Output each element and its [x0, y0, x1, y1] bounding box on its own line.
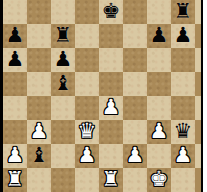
square-h2[interactable]: ♟	[171, 144, 195, 168]
chess-board[interactable]: ♚♜♟♜♟♟♟♟♝♟♟♛♟♛♟♝♟♟♟♜♜♚	[3, 0, 195, 192]
piece-white-pawn-f2[interactable]: ♟	[123, 144, 147, 168]
square-g2[interactable]	[147, 144, 171, 168]
square-c6[interactable]: ♟	[51, 48, 75, 72]
piece-white-pawn-d2[interactable]: ♟	[75, 144, 99, 168]
square-a5[interactable]	[3, 72, 27, 96]
square-c3[interactable]	[51, 120, 75, 144]
square-h7[interactable]: ♟	[171, 24, 195, 48]
square-e1[interactable]: ♜	[99, 168, 123, 192]
piece-black-rook-c7[interactable]: ♜	[51, 24, 75, 48]
window-background-gutter	[203, 0, 207, 192]
square-h5[interactable]	[171, 72, 195, 96]
square-f1[interactable]	[123, 168, 147, 192]
piece-white-pawn-g3[interactable]: ♟	[147, 120, 171, 144]
square-c2[interactable]	[51, 144, 75, 168]
square-f5[interactable]	[123, 72, 147, 96]
square-g5[interactable]	[147, 72, 171, 96]
square-b7[interactable]	[27, 24, 51, 48]
square-d6[interactable]	[75, 48, 99, 72]
piece-black-pawn-a7[interactable]: ♟	[3, 24, 27, 48]
piece-black-bishop-c5[interactable]: ♝	[51, 72, 75, 96]
square-a7[interactable]: ♟	[3, 24, 27, 48]
square-f2[interactable]: ♟	[123, 144, 147, 168]
piece-white-pawn-a2[interactable]: ♟	[3, 144, 27, 168]
square-f6[interactable]	[123, 48, 147, 72]
square-a3[interactable]	[3, 120, 27, 144]
square-g3[interactable]: ♟	[147, 120, 171, 144]
square-d4[interactable]	[75, 96, 99, 120]
square-d5[interactable]	[75, 72, 99, 96]
piece-black-pawn-c6[interactable]: ♟	[51, 48, 75, 72]
square-b8[interactable]	[27, 0, 51, 24]
piece-black-queen-h3[interactable]: ♛	[171, 120, 195, 144]
square-g4[interactable]	[147, 96, 171, 120]
piece-white-pawn-b3[interactable]: ♟	[27, 120, 51, 144]
chess-app-window: ♚♜♟♜♟♟♟♟♝♟♟♛♟♛♟♝♟♟♟♜♜♚	[0, 0, 207, 192]
square-f7[interactable]	[123, 24, 147, 48]
piece-black-pawn-g7[interactable]: ♟	[147, 24, 171, 48]
square-a1[interactable]: ♜	[3, 168, 27, 192]
piece-black-king-e8[interactable]: ♚	[99, 0, 123, 24]
piece-white-king-g1[interactable]: ♚	[147, 168, 171, 192]
square-a2[interactable]: ♟	[3, 144, 27, 168]
square-e6[interactable]	[99, 48, 123, 72]
square-d3[interactable]: ♛	[75, 120, 99, 144]
square-e4[interactable]: ♟	[99, 96, 123, 120]
square-e2[interactable]	[99, 144, 123, 168]
square-e3[interactable]	[99, 120, 123, 144]
piece-black-rook-h8[interactable]: ♜	[171, 0, 195, 24]
square-f8[interactable]	[123, 0, 147, 24]
square-a4[interactable]	[3, 96, 27, 120]
square-e7[interactable]	[99, 24, 123, 48]
piece-black-pawn-a6[interactable]: ♟	[3, 48, 27, 72]
square-f4[interactable]	[123, 96, 147, 120]
square-h1[interactable]	[171, 168, 195, 192]
square-b3[interactable]: ♟	[27, 120, 51, 144]
piece-black-bishop-b2[interactable]: ♝	[27, 144, 51, 168]
square-h4[interactable]	[171, 96, 195, 120]
square-b4[interactable]	[27, 96, 51, 120]
square-e5[interactable]	[99, 72, 123, 96]
square-d7[interactable]	[75, 24, 99, 48]
square-h8[interactable]: ♜	[171, 0, 195, 24]
square-a6[interactable]: ♟	[3, 48, 27, 72]
square-b5[interactable]	[27, 72, 51, 96]
square-f3[interactable]	[123, 120, 147, 144]
square-c5[interactable]: ♝	[51, 72, 75, 96]
piece-white-pawn-h2[interactable]: ♟	[171, 144, 195, 168]
square-h3[interactable]: ♛	[171, 120, 195, 144]
piece-white-queen-d3[interactable]: ♛	[75, 120, 99, 144]
square-g6[interactable]	[147, 48, 171, 72]
square-c8[interactable]	[51, 0, 75, 24]
square-a8[interactable]	[3, 0, 27, 24]
square-c7[interactable]: ♜	[51, 24, 75, 48]
piece-black-pawn-h7[interactable]: ♟	[171, 24, 195, 48]
piece-white-pawn-e4[interactable]: ♟	[99, 96, 123, 120]
square-c4[interactable]	[51, 96, 75, 120]
square-b6[interactable]	[27, 48, 51, 72]
square-d2[interactable]: ♟	[75, 144, 99, 168]
square-b1[interactable]	[27, 168, 51, 192]
piece-white-rook-a1[interactable]: ♜	[3, 168, 27, 192]
square-e8[interactable]: ♚	[99, 0, 123, 24]
square-d1[interactable]	[75, 168, 99, 192]
square-d8[interactable]	[75, 0, 99, 24]
square-h6[interactable]	[171, 48, 195, 72]
square-b2[interactable]: ♝	[27, 144, 51, 168]
piece-white-rook-e1[interactable]: ♜	[99, 168, 123, 192]
square-g7[interactable]: ♟	[147, 24, 171, 48]
square-g1[interactable]: ♚	[147, 168, 171, 192]
square-c1[interactable]	[51, 168, 75, 192]
square-g8[interactable]	[147, 0, 171, 24]
